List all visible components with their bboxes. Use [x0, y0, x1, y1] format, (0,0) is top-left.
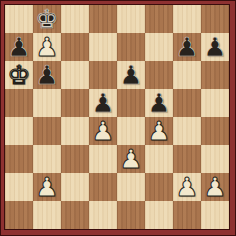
piece-black-pawn-d5[interactable]: ♟	[91, 89, 114, 117]
square-a8[interactable]	[5, 5, 33, 33]
board-frame: ♚♟♟♟♟♚♟♟♟♟♟♟♟♟♟♟	[0, 0, 236, 236]
square-f3[interactable]	[145, 145, 173, 173]
square-g6[interactable]	[173, 61, 201, 89]
square-h2[interactable]: ♟	[201, 173, 229, 201]
square-h4[interactable]	[201, 117, 229, 145]
square-d3[interactable]	[89, 145, 117, 173]
square-b8[interactable]: ♚	[33, 5, 61, 33]
square-d8[interactable]	[89, 5, 117, 33]
square-c8[interactable]	[61, 5, 89, 33]
square-d5[interactable]: ♟	[89, 89, 117, 117]
square-b7[interactable]: ♟	[33, 33, 61, 61]
square-a1[interactable]	[5, 201, 33, 229]
square-h1[interactable]	[201, 201, 229, 229]
square-h7[interactable]: ♟	[201, 33, 229, 61]
square-a6[interactable]: ♚	[5, 61, 33, 89]
square-d4[interactable]: ♟	[89, 117, 117, 145]
square-e1[interactable]	[117, 201, 145, 229]
square-g5[interactable]	[173, 89, 201, 117]
square-e6[interactable]: ♟	[117, 61, 145, 89]
square-a7[interactable]: ♟	[5, 33, 33, 61]
square-f6[interactable]	[145, 61, 173, 89]
piece-white-pawn-d4[interactable]: ♟	[91, 117, 114, 145]
piece-black-pawn-g7[interactable]: ♟	[175, 33, 198, 61]
piece-white-pawn-g2[interactable]: ♟	[175, 173, 198, 201]
piece-black-king-b8[interactable]: ♚	[35, 5, 58, 33]
square-c6[interactable]	[61, 61, 89, 89]
square-d7[interactable]	[89, 33, 117, 61]
square-a2[interactable]	[5, 173, 33, 201]
square-h5[interactable]	[201, 89, 229, 117]
square-e3[interactable]: ♟	[117, 145, 145, 173]
square-f7[interactable]	[145, 33, 173, 61]
piece-white-pawn-b7[interactable]: ♟	[35, 33, 58, 61]
square-d2[interactable]	[89, 173, 117, 201]
square-c1[interactable]	[61, 201, 89, 229]
piece-white-king-a6[interactable]: ♚	[7, 61, 30, 89]
square-e4[interactable]	[117, 117, 145, 145]
square-f8[interactable]	[145, 5, 173, 33]
square-f5[interactable]: ♟	[145, 89, 173, 117]
square-e5[interactable]	[117, 89, 145, 117]
piece-black-pawn-b6[interactable]: ♟	[35, 61, 58, 89]
square-g1[interactable]	[173, 201, 201, 229]
square-b2[interactable]: ♟	[33, 173, 61, 201]
square-h8[interactable]	[201, 5, 229, 33]
chess-board: ♚♟♟♟♟♚♟♟♟♟♟♟♟♟♟♟	[4, 4, 230, 230]
square-f1[interactable]	[145, 201, 173, 229]
square-g2[interactable]: ♟	[173, 173, 201, 201]
square-e2[interactable]	[117, 173, 145, 201]
square-c4[interactable]	[61, 117, 89, 145]
square-b1[interactable]	[33, 201, 61, 229]
piece-black-pawn-e6[interactable]: ♟	[119, 61, 142, 89]
square-a4[interactable]	[5, 117, 33, 145]
square-b3[interactable]	[33, 145, 61, 173]
square-b5[interactable]	[33, 89, 61, 117]
square-c2[interactable]	[61, 173, 89, 201]
piece-black-pawn-a7[interactable]: ♟	[7, 33, 30, 61]
square-f4[interactable]: ♟	[145, 117, 173, 145]
piece-white-pawn-b2[interactable]: ♟	[35, 173, 58, 201]
square-d1[interactable]	[89, 201, 117, 229]
square-a5[interactable]	[5, 89, 33, 117]
piece-black-pawn-f5[interactable]: ♟	[147, 89, 170, 117]
square-e7[interactable]	[117, 33, 145, 61]
square-d6[interactable]	[89, 61, 117, 89]
piece-white-pawn-f4[interactable]: ♟	[147, 117, 170, 145]
square-c7[interactable]	[61, 33, 89, 61]
square-f2[interactable]	[145, 173, 173, 201]
square-h6[interactable]	[201, 61, 229, 89]
square-g3[interactable]	[173, 145, 201, 173]
square-b4[interactable]	[33, 117, 61, 145]
piece-black-pawn-h7[interactable]: ♟	[203, 33, 226, 61]
square-h3[interactable]	[201, 145, 229, 173]
piece-white-pawn-e3[interactable]: ♟	[119, 145, 142, 173]
square-g4[interactable]	[173, 117, 201, 145]
square-g7[interactable]: ♟	[173, 33, 201, 61]
piece-white-pawn-h2[interactable]: ♟	[203, 173, 226, 201]
square-c5[interactable]	[61, 89, 89, 117]
square-g8[interactable]	[173, 5, 201, 33]
square-b6[interactable]: ♟	[33, 61, 61, 89]
square-a3[interactable]	[5, 145, 33, 173]
square-e8[interactable]	[117, 5, 145, 33]
square-c3[interactable]	[61, 145, 89, 173]
